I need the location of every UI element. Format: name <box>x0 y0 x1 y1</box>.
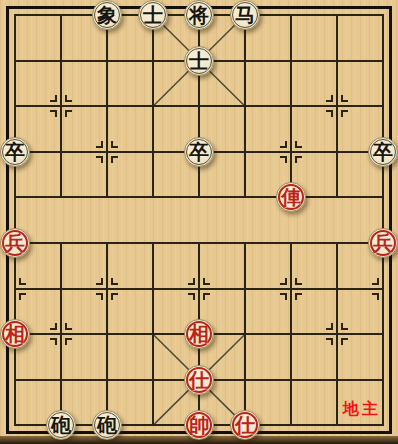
intersection[interactable] <box>38 311 84 357</box>
intersection[interactable] <box>314 83 360 129</box>
intersection[interactable] <box>38 38 84 84</box>
piece-ring <box>186 48 212 74</box>
piece-glyph: 帥 <box>185 411 213 439</box>
intersection[interactable] <box>314 220 360 266</box>
piece-black-soldier[interactable]: 卒 <box>368 137 398 167</box>
intersection[interactable] <box>84 357 130 403</box>
intersection[interactable] <box>84 83 130 129</box>
intersection[interactable] <box>0 83 38 129</box>
piece-ring <box>232 2 258 28</box>
piece-black-general[interactable]: 将 <box>184 0 214 30</box>
intersection[interactable] <box>130 38 176 84</box>
piece-red-elephant[interactable]: 相 <box>0 319 30 349</box>
piece-glyph: 马 <box>231 1 259 29</box>
piece-black-elephant[interactable]: 象 <box>92 0 122 30</box>
intersection[interactable] <box>84 38 130 84</box>
piece-ring <box>186 2 212 28</box>
intersection[interactable] <box>38 266 84 312</box>
piece-red-soldier[interactable]: 兵 <box>368 228 398 258</box>
piece-glyph: 兵 <box>1 229 29 257</box>
piece-ring <box>370 230 396 256</box>
piece-glyph: 俥 <box>277 183 305 211</box>
intersection[interactable] <box>0 174 38 220</box>
piece-ring <box>186 139 212 165</box>
intersection[interactable] <box>314 174 360 220</box>
intersection[interactable] <box>130 402 176 444</box>
intersection[interactable] <box>314 38 360 84</box>
piece-ring <box>232 412 258 438</box>
intersection[interactable] <box>314 0 360 38</box>
intersection[interactable] <box>222 129 268 175</box>
piece-glyph: 士 <box>139 1 167 29</box>
intersection[interactable] <box>0 38 38 84</box>
intersection[interactable] <box>38 357 84 403</box>
intersection[interactable] <box>176 266 222 312</box>
intersection[interactable] <box>268 0 314 38</box>
piece-glyph: 卒 <box>369 138 397 166</box>
intersection[interactable] <box>360 38 398 84</box>
piece-glyph: 相 <box>1 320 29 348</box>
intersection[interactable] <box>130 220 176 266</box>
piece-ring <box>370 139 396 165</box>
piece-glyph: 砲 <box>93 411 121 439</box>
piece-ring <box>278 184 304 210</box>
intersection[interactable] <box>222 83 268 129</box>
intersection[interactable] <box>84 129 130 175</box>
landlord-label: 地主 <box>343 399 381 420</box>
piece-black-soldier[interactable]: 卒 <box>184 137 214 167</box>
intersection[interactable] <box>130 266 176 312</box>
intersection[interactable] <box>360 357 398 403</box>
piece-glyph: 卒 <box>1 138 29 166</box>
intersection[interactable] <box>222 357 268 403</box>
intersection[interactable] <box>176 220 222 266</box>
intersection[interactable] <box>38 174 84 220</box>
intersection[interactable] <box>314 266 360 312</box>
intersection[interactable] <box>130 174 176 220</box>
piece-black-advisor[interactable]: 士 <box>184 46 214 76</box>
intersection[interactable] <box>268 129 314 175</box>
piece-glyph: 象 <box>93 1 121 29</box>
piece-ring <box>94 412 120 438</box>
piece-black-horse[interactable]: 马 <box>230 0 260 30</box>
intersection[interactable] <box>38 129 84 175</box>
piece-ring <box>186 321 212 347</box>
intersection[interactable] <box>314 129 360 175</box>
intersection[interactable] <box>268 38 314 84</box>
intersection[interactable] <box>360 0 398 38</box>
intersection[interactable] <box>314 357 360 403</box>
piece-ring <box>140 2 166 28</box>
intersection[interactable] <box>314 311 360 357</box>
piece-glyph: 兵 <box>369 229 397 257</box>
intersection[interactable] <box>130 311 176 357</box>
intersection[interactable] <box>360 83 398 129</box>
intersection[interactable] <box>176 83 222 129</box>
piece-red-advisor[interactable]: 仕 <box>184 365 214 395</box>
intersection[interactable] <box>0 357 38 403</box>
intersection[interactable] <box>222 220 268 266</box>
intersection[interactable] <box>268 83 314 129</box>
intersection[interactable] <box>268 220 314 266</box>
piece-glyph: 仕 <box>231 411 259 439</box>
piece-ring <box>2 139 28 165</box>
piece-ring <box>2 321 28 347</box>
intersection[interactable] <box>360 311 398 357</box>
piece-ring <box>94 2 120 28</box>
piece-glyph: 仕 <box>185 366 213 394</box>
piece-glyph: 相 <box>185 320 213 348</box>
intersection[interactable] <box>84 311 130 357</box>
intersection[interactable] <box>360 266 398 312</box>
intersection[interactable] <box>84 266 130 312</box>
piece-ring <box>2 230 28 256</box>
piece-black-advisor[interactable]: 士 <box>138 0 168 30</box>
intersection[interactable] <box>130 357 176 403</box>
intersection[interactable] <box>0 402 38 444</box>
intersection[interactable] <box>222 266 268 312</box>
piece-red-soldier[interactable]: 兵 <box>0 228 30 258</box>
intersection[interactable] <box>130 129 176 175</box>
intersection[interactable] <box>0 266 38 312</box>
intersection[interactable] <box>268 357 314 403</box>
intersection[interactable] <box>176 174 222 220</box>
intersection[interactable] <box>360 174 398 220</box>
intersection[interactable] <box>38 83 84 129</box>
intersection[interactable] <box>268 311 314 357</box>
piece-red-elephant[interactable]: 相 <box>184 319 214 349</box>
piece-glyph: 砲 <box>47 411 75 439</box>
intersection[interactable] <box>84 174 130 220</box>
piece-ring <box>186 412 212 438</box>
piece-ring <box>48 412 74 438</box>
xiangqi-board[interactable]: 象士将马士卒卒卒俥兵兵相相仕砲砲帥仕 地主 <box>0 0 398 444</box>
intersection[interactable] <box>222 311 268 357</box>
piece-glyph: 卒 <box>185 138 213 166</box>
piece-glyph: 士 <box>185 47 213 75</box>
intersection[interactable] <box>222 38 268 84</box>
intersection[interactable] <box>130 83 176 129</box>
intersection[interactable] <box>222 174 268 220</box>
piece-glyph: 将 <box>185 1 213 29</box>
piece-black-soldier[interactable]: 卒 <box>0 137 30 167</box>
intersection[interactable] <box>38 0 84 38</box>
intersection[interactable] <box>84 220 130 266</box>
intersection[interactable] <box>38 220 84 266</box>
intersection[interactable] <box>268 266 314 312</box>
intersection[interactable] <box>0 0 38 38</box>
intersection[interactable] <box>268 402 314 444</box>
piece-ring <box>186 367 212 393</box>
